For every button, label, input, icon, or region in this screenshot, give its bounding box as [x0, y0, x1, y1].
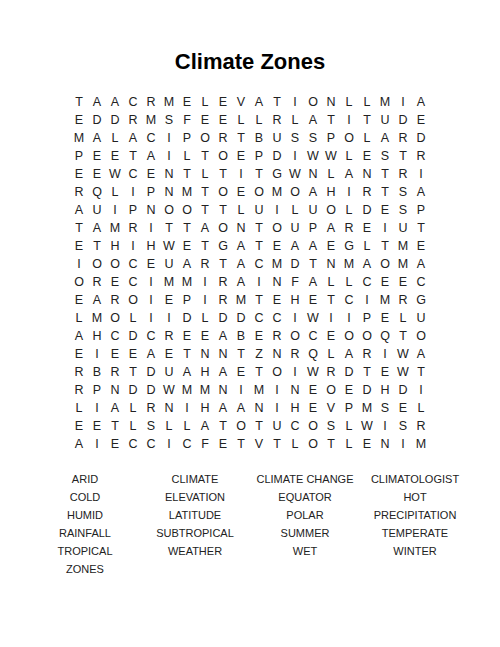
grid-cell: E [88, 417, 106, 435]
grid-cell: N [322, 93, 340, 111]
grid-cell: T [106, 417, 124, 435]
grid-cell: A [232, 273, 250, 291]
grid-cell: E [106, 435, 124, 453]
grid-cell: O [304, 93, 322, 111]
grid-cell: U [268, 129, 286, 147]
grid-cell: L [286, 435, 304, 453]
grid-cell: A [88, 291, 106, 309]
grid-cell: Q [376, 327, 394, 345]
grid-cell: I [394, 93, 412, 111]
grid-cell: I [142, 309, 160, 327]
word-item: SUMMER [281, 524, 330, 542]
grid-cell: L [124, 417, 142, 435]
grid-cell: D [358, 201, 376, 219]
grid-cell: E [268, 291, 286, 309]
grid-cell: E [250, 327, 268, 345]
grid-cell: T [250, 291, 268, 309]
grid-cell: R [268, 327, 286, 345]
grid-cell: B [250, 129, 268, 147]
grid-cell: E [304, 291, 322, 309]
grid-cell: B [232, 327, 250, 345]
grid-cell: L [178, 417, 196, 435]
word-item: TEMPERATE [382, 524, 448, 542]
grid-cell: E [304, 399, 322, 417]
grid-cell: A [196, 417, 214, 435]
grid-cell: E [412, 111, 430, 129]
grid-cell: N [232, 219, 250, 237]
grid-cell: D [124, 381, 142, 399]
grid-cell: N [160, 399, 178, 417]
grid-cell: A [340, 345, 358, 363]
grid-cell: T [250, 165, 268, 183]
grid-cell: D [286, 255, 304, 273]
grid-cell: E [376, 273, 394, 291]
grid-cell: W [304, 309, 322, 327]
word-item: POLAR [286, 506, 323, 524]
grid-cell: A [214, 327, 232, 345]
grid-cell: E [142, 165, 160, 183]
grid-cell: I [88, 345, 106, 363]
word-item: ELEVATION [165, 488, 225, 506]
grid-cell: R [106, 291, 124, 309]
grid-cell: R [394, 165, 412, 183]
word-item: TROPICAL [57, 542, 112, 560]
grid-cell: W [322, 147, 340, 165]
word-list: ARIDCOLDHUMIDRAINFALLTROPICALZONES CLIMA… [30, 470, 470, 578]
grid-cell: C [106, 327, 124, 345]
grid-cell: L [340, 147, 358, 165]
grid-cell: R [268, 111, 286, 129]
grid-cell: E [160, 291, 178, 309]
grid-cell: S [142, 417, 160, 435]
grid-cell: D [358, 381, 376, 399]
grid-cell: T [178, 165, 196, 183]
grid-cell: O [178, 201, 196, 219]
grid-cell: A [70, 201, 88, 219]
grid-cell: I [376, 345, 394, 363]
grid-cell: L [124, 399, 142, 417]
grid-cell: A [232, 237, 250, 255]
grid-cell: E [214, 435, 232, 453]
grid-cell: A [232, 399, 250, 417]
grid-cell: L [358, 237, 376, 255]
grid-cell: I [376, 417, 394, 435]
grid-cell: E [142, 255, 160, 273]
grid-cell: M [160, 93, 178, 111]
grid-cell: I [322, 309, 340, 327]
grid-cell: I [196, 273, 214, 291]
grid-cell: E [70, 237, 88, 255]
grid-cell: T [232, 345, 250, 363]
grid-cell: D [232, 309, 250, 327]
word-item: WEATHER [168, 542, 222, 560]
grid-cell: N [214, 381, 232, 399]
grid-cell: E [196, 327, 214, 345]
grid-cell: F [178, 111, 196, 129]
grid-cell: S [376, 147, 394, 165]
grid-cell: D [268, 147, 286, 165]
grid-cell: H [88, 327, 106, 345]
grid-cell: A [142, 147, 160, 165]
grid-cell: T [70, 219, 88, 237]
grid-cell: L [70, 399, 88, 417]
grid-cell: T [250, 219, 268, 237]
grid-cell: A [304, 183, 322, 201]
grid-cell: L [196, 93, 214, 111]
word-column: CLIMATOLOGISTHOTPRECIPITATIONTEMPERATEWI… [360, 470, 470, 578]
grid-cell: U [160, 363, 178, 381]
grid-cell: N [160, 183, 178, 201]
grid-cell: G [340, 237, 358, 255]
grid-cell: R [214, 291, 232, 309]
grid-cell: T [394, 327, 412, 345]
grid-cell: C [358, 273, 376, 291]
grid-cell: L [340, 201, 358, 219]
grid-cell: L [196, 309, 214, 327]
grid-cell: T [412, 363, 430, 381]
grid-cell: T [88, 237, 106, 255]
word-item: EQUATOR [278, 488, 331, 506]
grid-cell: C [124, 273, 142, 291]
grid-cell: G [268, 165, 286, 183]
grid-cell: T [178, 219, 196, 237]
grid-cell: U [286, 219, 304, 237]
grid-cell: M [394, 237, 412, 255]
grid-cell: T [268, 435, 286, 453]
grid-cell: R [142, 93, 160, 111]
grid-cell: I [160, 435, 178, 453]
grid-cell: I [124, 237, 142, 255]
grid-cell: R [358, 345, 376, 363]
grid-cell: I [160, 147, 178, 165]
grid-cell: L [286, 201, 304, 219]
grid-cell: R [106, 363, 124, 381]
grid-cell: E [214, 111, 232, 129]
grid-cell: I [232, 165, 250, 183]
word-item: CLIMATOLOGIST [371, 470, 459, 488]
grid-cell: N [268, 345, 286, 363]
grid-cell: L [232, 111, 250, 129]
grid-cell: M [178, 381, 196, 399]
grid-cell: I [394, 435, 412, 453]
grid-cell: F [286, 273, 304, 291]
grid-cell: E [88, 165, 106, 183]
grid-cell: I [268, 399, 286, 417]
word-item: WINTER [393, 542, 436, 560]
grid-cell: S [304, 129, 322, 147]
grid-cell: I [142, 291, 160, 309]
grid-cell: B [88, 363, 106, 381]
grid-cell: P [178, 129, 196, 147]
grid-cell: I [268, 201, 286, 219]
grid-cell: R [214, 273, 232, 291]
grid-cell: I [412, 381, 430, 399]
grid-cell: N [286, 381, 304, 399]
grid-cell: A [304, 273, 322, 291]
grid-cell: N [196, 345, 214, 363]
grid-cell: S [322, 417, 340, 435]
grid-cell: T [322, 291, 340, 309]
grid-cell: S [394, 183, 412, 201]
grid-cell: T [412, 219, 430, 237]
grid-cell: D [142, 381, 160, 399]
grid-cell: L [340, 93, 358, 111]
grid-cell: E [376, 363, 394, 381]
grid-cell: P [178, 291, 196, 309]
grid-cell: I [70, 255, 88, 273]
grid-cell: A [286, 237, 304, 255]
grid-cell: L [178, 147, 196, 165]
page-title: Climate Zones [0, 0, 500, 74]
grid-cell: A [304, 237, 322, 255]
word-item: ARID [72, 470, 98, 488]
grid-cell: E [322, 237, 340, 255]
grid-cell: C [124, 165, 142, 183]
grid-cell: M [142, 111, 160, 129]
grid-cell: D [214, 309, 232, 327]
grid-cell: V [322, 399, 340, 417]
grid-cell: E [268, 237, 286, 255]
grid-cell: T [196, 183, 214, 201]
grid-cell: T [376, 165, 394, 183]
word-column: ARIDCOLDHUMIDRAINFALLTROPICALZONES [30, 470, 140, 578]
grid-cell: O [304, 435, 322, 453]
grid-cell: O [268, 363, 286, 381]
grid-cell: E [70, 165, 88, 183]
grid-cell: W [394, 345, 412, 363]
grid-cell: I [88, 435, 106, 453]
grid-cell: E [322, 327, 340, 345]
grid-cell: C [178, 435, 196, 453]
grid-cell: I [286, 93, 304, 111]
grid-cell: I [196, 291, 214, 309]
grid-cell: P [304, 219, 322, 237]
grid-cell: E [106, 273, 124, 291]
grid-cell: N [142, 201, 160, 219]
grid-cell: T [214, 417, 232, 435]
grid-cell: O [304, 417, 322, 435]
grid-cell: A [358, 255, 376, 273]
grid-cell: E [232, 363, 250, 381]
grid-cell: E [376, 201, 394, 219]
grid-cell: M [376, 93, 394, 111]
grid-cell: E [70, 417, 88, 435]
grid-cell: O [340, 129, 358, 147]
grid-cell: L [322, 165, 340, 183]
grid-cell: E [214, 93, 232, 111]
grid-cell: O [268, 219, 286, 237]
grid-cell: O [340, 327, 358, 345]
grid-cell: O [70, 273, 88, 291]
grid-cell: I [250, 273, 268, 291]
grid-cell: D [178, 309, 196, 327]
grid-cell: I [340, 183, 358, 201]
grid-cell: N [304, 165, 322, 183]
puzzle-page: Climate Zones TAACRMELEVATIONLLMIAEDDRMS… [0, 0, 500, 647]
grid-cell: L [286, 111, 304, 129]
grid-cell: R [70, 363, 88, 381]
grid-cell: C [340, 291, 358, 309]
grid-cell: I [160, 129, 178, 147]
grid-cell: A [412, 345, 430, 363]
grid-cell: A [178, 363, 196, 381]
grid-cell: C [304, 327, 322, 345]
grid-cell: N [268, 273, 286, 291]
grid-cell: T [196, 147, 214, 165]
grid-cell: N [376, 435, 394, 453]
grid-cell: E [70, 111, 88, 129]
grid-cell: O [286, 183, 304, 201]
grid-cell: C [124, 435, 142, 453]
grid-cell: M [250, 381, 268, 399]
grid-cell: E [412, 237, 430, 255]
word-item: RAINFALL [59, 524, 111, 542]
grid-cell: M [394, 255, 412, 273]
grid-cell: C [250, 255, 268, 273]
grid-cell: L [412, 399, 430, 417]
grid-cell: H [376, 381, 394, 399]
grid-cell: E [88, 147, 106, 165]
grid-cell: O [250, 183, 268, 201]
grid-cell: I [268, 381, 286, 399]
grid-cell: U [268, 417, 286, 435]
grid-cell: O [106, 309, 124, 327]
grid-cell: T [322, 111, 340, 129]
grid-cell: A [106, 93, 124, 111]
grid-cell: A [70, 435, 88, 453]
grid-cell: L [322, 273, 340, 291]
grid-cell: O [196, 129, 214, 147]
grid-cell: O [376, 255, 394, 273]
grid-cell: R [70, 381, 88, 399]
grid-cell: T [268, 93, 286, 111]
grid-cell: T [394, 147, 412, 165]
word-item: LATITUDE [169, 506, 221, 524]
grid-cell: A [70, 327, 88, 345]
grid-cell: E [358, 435, 376, 453]
grid-cell: S [394, 201, 412, 219]
grid-cell: T [250, 363, 268, 381]
grid-cell: L [70, 309, 88, 327]
grid-cell: C [286, 417, 304, 435]
grid-cell: E [340, 381, 358, 399]
grid-cell: L [106, 129, 124, 147]
grid-cell: N [106, 381, 124, 399]
grid-cell: R [394, 129, 412, 147]
grid-cell: U [160, 255, 178, 273]
grid-cell: C [412, 273, 430, 291]
grid-cell: T [358, 111, 376, 129]
grid-cell: U [250, 201, 268, 219]
word-item: HOT [403, 488, 426, 506]
grid-cell: N [322, 255, 340, 273]
grid-cell: Q [304, 345, 322, 363]
grid-cell: E [394, 273, 412, 291]
grid-cell: P [142, 183, 160, 201]
grid-cell: H [322, 183, 340, 201]
grid-cell: T [214, 165, 232, 183]
grid-cell: R [160, 327, 178, 345]
grid-cell: E [178, 327, 196, 345]
grid-cell: A [322, 219, 340, 237]
grid-cell: O [88, 255, 106, 273]
grid-cell: M [268, 255, 286, 273]
grid-cell: U [394, 219, 412, 237]
grid-cell: I [286, 147, 304, 165]
grid-cell: I [142, 273, 160, 291]
grid-cell: T [304, 255, 322, 273]
grid-cell: E [178, 237, 196, 255]
grid-cell: M [88, 309, 106, 327]
grid-cell: A [232, 255, 250, 273]
grid-cell: E [70, 291, 88, 309]
grid-cell: S [376, 399, 394, 417]
grid-cell: C [124, 93, 142, 111]
grid-cell: M [340, 255, 358, 273]
grid-cell: Q [88, 183, 106, 201]
grid-cell: L [340, 417, 358, 435]
grid-cell: O [214, 147, 232, 165]
grid-cell: W [106, 165, 124, 183]
grid-cell: M [268, 183, 286, 201]
grid-cell: M [232, 291, 250, 309]
grid-cell: E [178, 93, 196, 111]
grid-cell: E [124, 345, 142, 363]
grid-cell: C [142, 435, 160, 453]
grid-cell: R [358, 183, 376, 201]
grid-cell: I [376, 219, 394, 237]
grid-cell: W [358, 417, 376, 435]
grid-cell: N [358, 165, 376, 183]
grid-cell: I [88, 399, 106, 417]
grid-cell: R [412, 417, 430, 435]
grid-cell: L [106, 183, 124, 201]
grid-cell: E [106, 345, 124, 363]
grid-cell: I [286, 363, 304, 381]
grid-cell: A [106, 399, 124, 417]
grid-cell: R [124, 219, 142, 237]
grid-cell: T [322, 435, 340, 453]
grid-cell: T [214, 201, 232, 219]
grid-cell: I [412, 165, 430, 183]
grid-cell: U [412, 309, 430, 327]
grid-cell: D [124, 327, 142, 345]
grid-cell: T [232, 435, 250, 453]
grid-cell: R [214, 129, 232, 147]
grid-cell: A [376, 129, 394, 147]
grid-cell: R [88, 273, 106, 291]
grid-cell: D [106, 111, 124, 129]
word-item: PRECIPITATION [374, 506, 457, 524]
grid-cell: W [160, 381, 178, 399]
grid-cell: T [232, 129, 250, 147]
grid-cell: A [124, 129, 142, 147]
grid-cell: T [124, 363, 142, 381]
grid-cell: T [196, 237, 214, 255]
grid-cell: W [286, 165, 304, 183]
word-column: CLIMATE CHANGEEQUATORPOLARSUMMERWET [250, 470, 360, 578]
grid-cell: W [304, 363, 322, 381]
grid-cell: N [214, 345, 232, 363]
grid-cell: E [232, 147, 250, 165]
grid-cell: P [412, 201, 430, 219]
grid-cell: A [88, 219, 106, 237]
grid-cell: A [88, 129, 106, 147]
grid-cell: P [70, 147, 88, 165]
grid-cell: O [286, 327, 304, 345]
grid-cell: A [88, 93, 106, 111]
grid-cell: R [124, 111, 142, 129]
